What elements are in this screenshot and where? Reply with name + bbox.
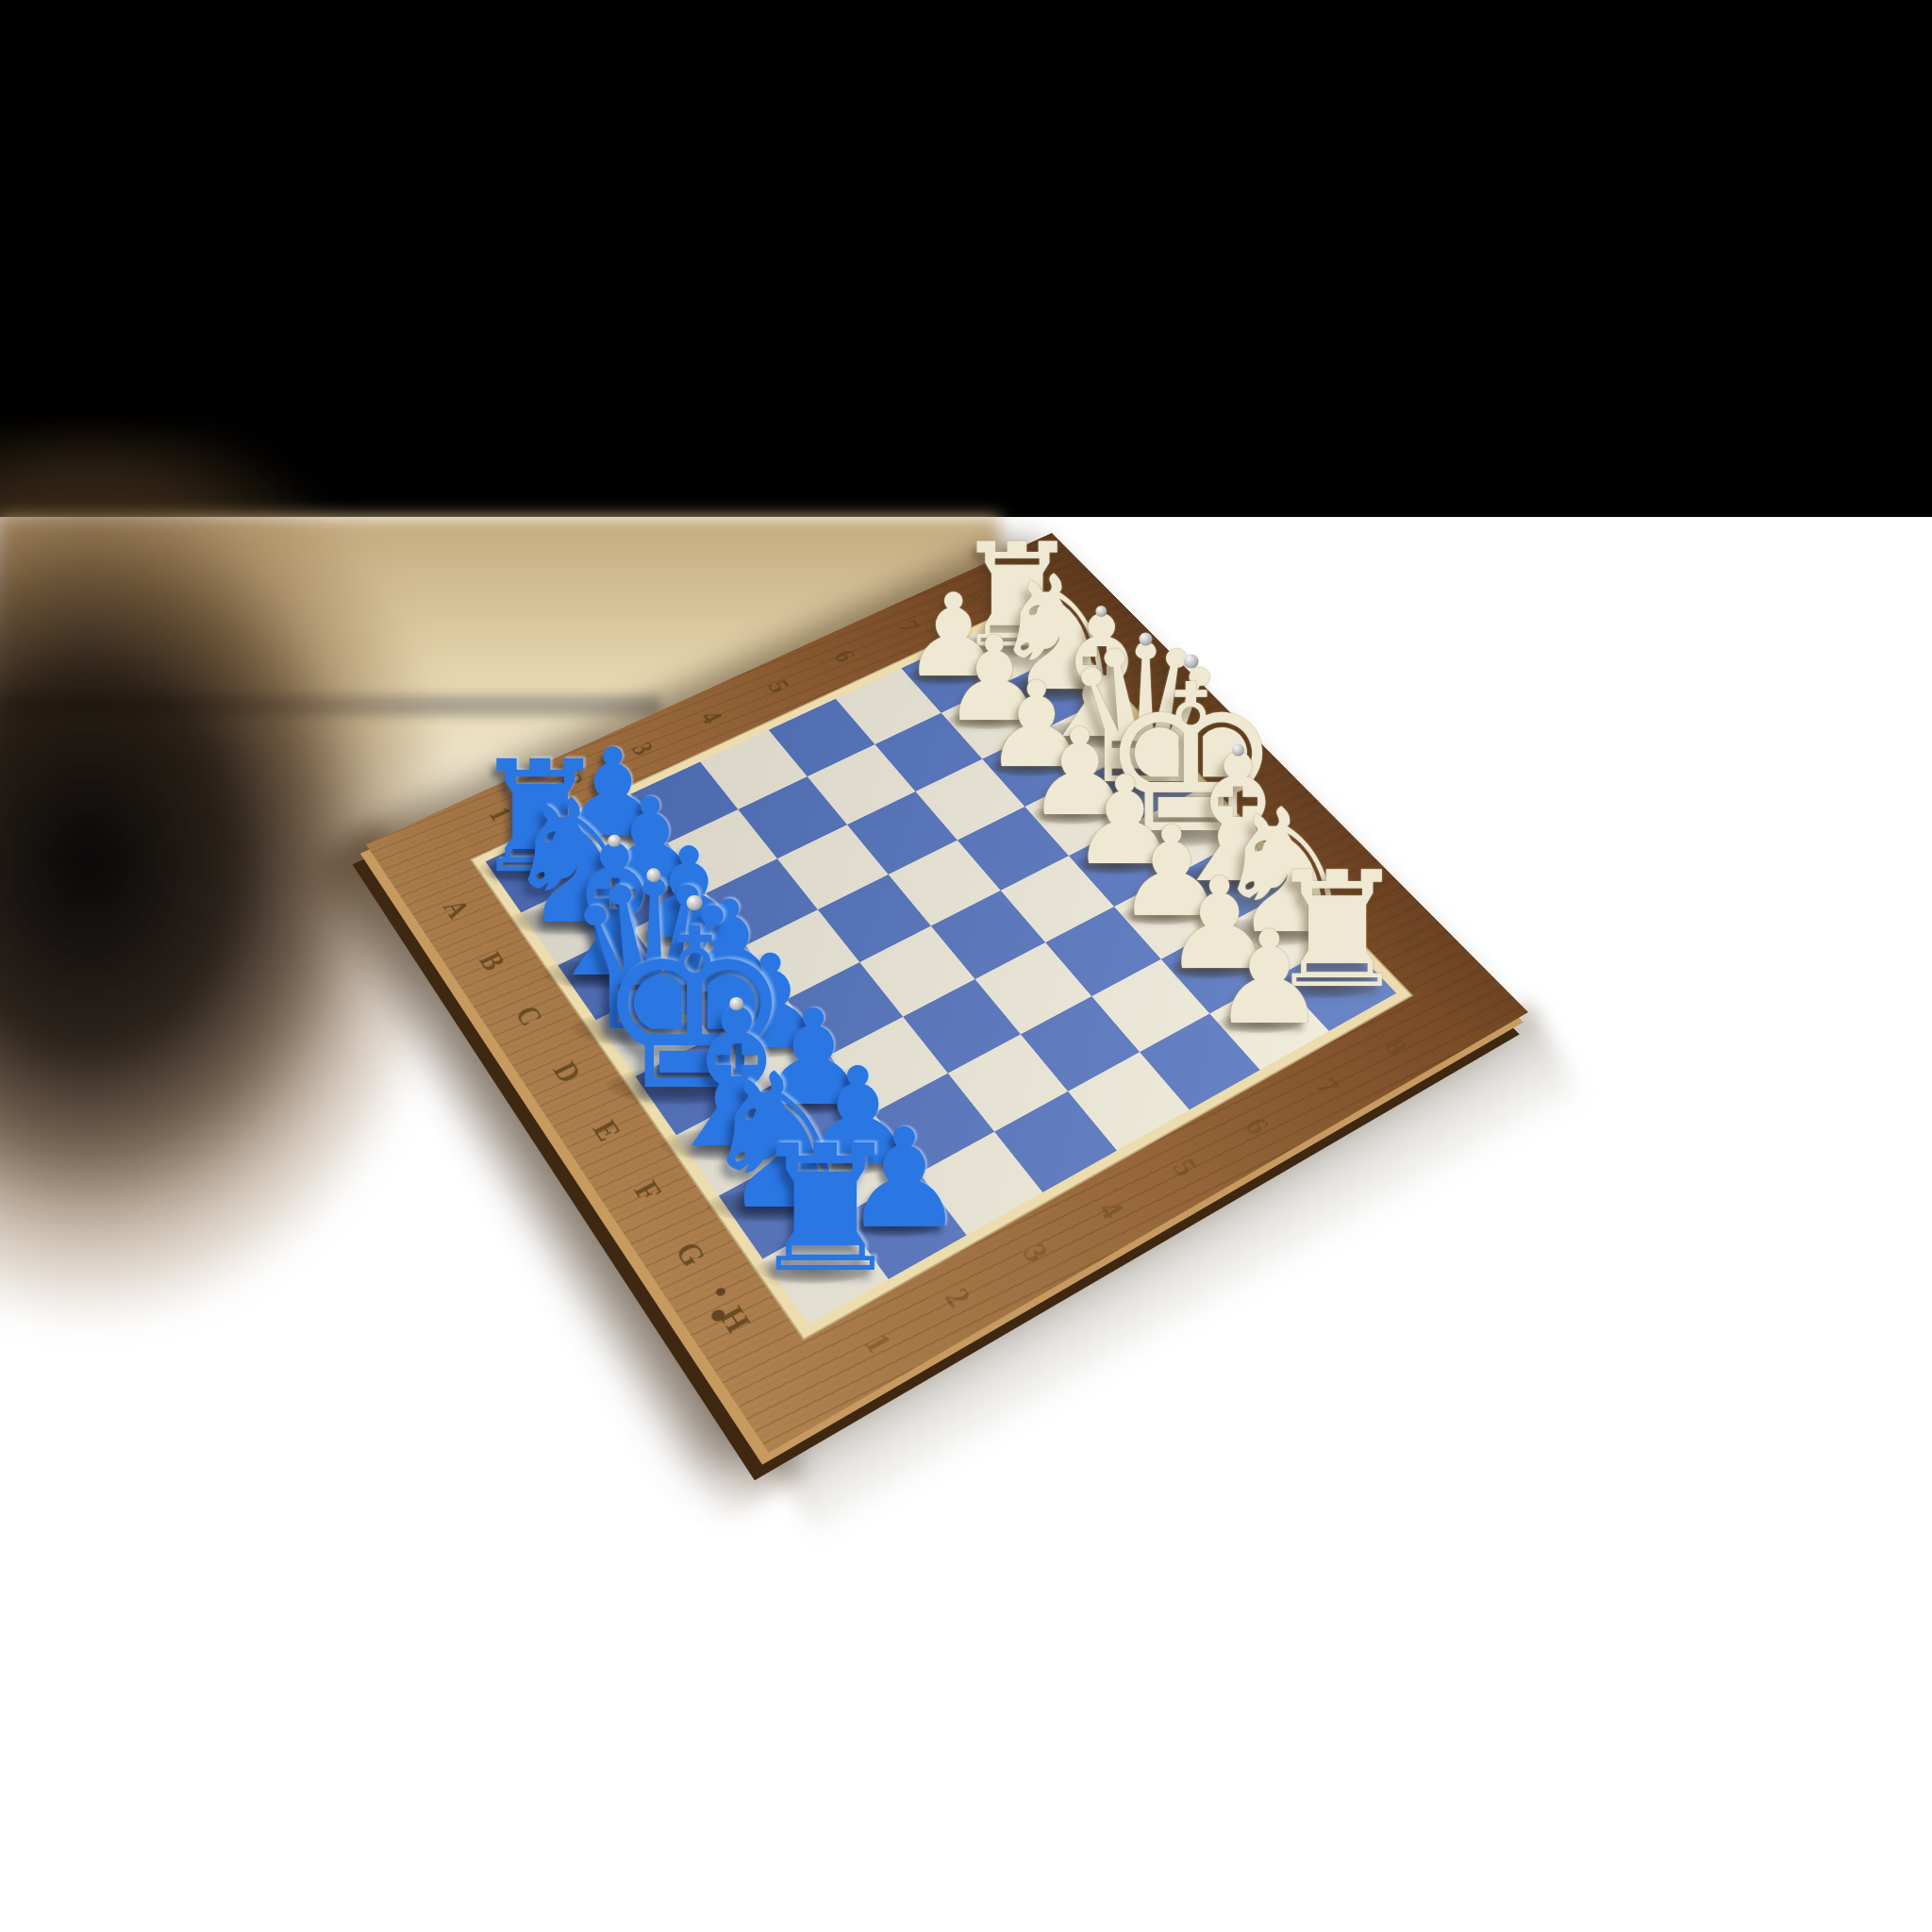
metal-finial (687, 895, 702, 910)
metal-finial (730, 997, 743, 1010)
rank-label-4-right: 4 (1091, 1195, 1132, 1225)
piece-blue-rook-h1[interactable]: ♜ (747, 1123, 904, 1297)
product-photo-canvas: 8877665544332211AABBCCDDEEFFGGHH ♜♞♝♛♚♝♞… (0, 0, 1932, 1932)
piece-cream-pawn-h7[interactable]: ♟ (1211, 914, 1326, 1043)
rank-label-7-right: 7 (1307, 1073, 1347, 1100)
rank-label-5-right: 5 (1165, 1153, 1206, 1182)
wood-knot (714, 1287, 727, 1298)
rank-label-6-right: 6 (1237, 1112, 1276, 1141)
rank-label-4-left: 4 (693, 707, 729, 728)
rank-label-1-right: 1 (857, 1327, 900, 1359)
rank-label-2-right: 2 (937, 1282, 979, 1313)
rank-label-3-right: 3 (1014, 1238, 1057, 1268)
rank-label-6-left: 6 (827, 645, 862, 666)
rank-label-8-right: 8 (1376, 1033, 1415, 1060)
rank-label-5-left: 5 (761, 675, 797, 697)
metal-finial (1184, 654, 1198, 668)
metal-finial (1232, 744, 1244, 757)
